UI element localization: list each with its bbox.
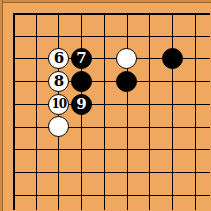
black-stone [162, 48, 183, 69]
black-stone [116, 71, 137, 92]
white-stone-move-8: 8 [48, 71, 69, 92]
move-number: 7 [76, 51, 86, 66]
move-number: 9 [76, 97, 86, 112]
black-stone-move-7: 7 [71, 48, 92, 69]
black-stone [71, 71, 92, 92]
go-board: 678109 [2, 2, 206, 206]
go-corner-diagram: 678109 [0, 0, 211, 211]
board-frame-top [0, 0, 211, 3]
move-number: 6 [54, 51, 64, 66]
black-stone-move-9: 9 [71, 94, 92, 115]
board-frame-left [0, 0, 3, 211]
white-stone-move-6: 6 [48, 48, 69, 69]
move-number: 10 [52, 98, 67, 110]
move-number: 8 [54, 74, 64, 89]
white-stone [48, 116, 69, 137]
white-stone-move-10: 10 [48, 94, 69, 115]
white-stone [116, 48, 137, 69]
